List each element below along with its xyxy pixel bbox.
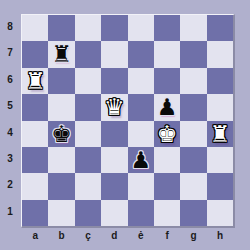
piece-black-pawn[interactable]: ♟: [154, 94, 180, 120]
square-a7[interactable]: [22, 41, 48, 67]
square-a6[interactable]: ♜: [22, 68, 48, 94]
rank-label-7: 7: [2, 40, 18, 66]
square-d2[interactable]: [101, 173, 127, 199]
square-g7[interactable]: [180, 41, 206, 67]
square-d7[interactable]: [101, 41, 127, 67]
square-a4[interactable]: [22, 121, 48, 147]
square-c8[interactable]: [75, 15, 101, 41]
square-a2[interactable]: [22, 173, 48, 199]
square-g5[interactable]: [180, 94, 206, 120]
square-e5[interactable]: [128, 94, 154, 120]
square-c5[interactable]: [75, 94, 101, 120]
square-f1[interactable]: [154, 200, 180, 226]
square-e8[interactable]: [128, 15, 154, 41]
piece-black-king[interactable]: ♚: [48, 121, 74, 147]
square-a1[interactable]: [22, 200, 48, 226]
file-label-a: a: [22, 229, 48, 243]
square-b1[interactable]: [48, 200, 74, 226]
square-c3[interactable]: [75, 147, 101, 173]
square-b6[interactable]: [48, 68, 74, 94]
square-b8[interactable]: [48, 15, 74, 41]
square-f7[interactable]: [154, 41, 180, 67]
square-d1[interactable]: [101, 200, 127, 226]
board: ♜♜♛♟♚♚♜♟: [21, 14, 235, 228]
square-b3[interactable]: [48, 147, 74, 173]
square-c2[interactable]: [75, 173, 101, 199]
square-f8[interactable]: [154, 15, 180, 41]
square-c6[interactable]: [75, 68, 101, 94]
rank-label-5: 5: [2, 93, 18, 119]
square-h3[interactable]: [207, 147, 233, 173]
square-g4[interactable]: [180, 121, 206, 147]
square-g6[interactable]: [180, 68, 206, 94]
rank-label-1: 1: [2, 199, 18, 225]
file-label-h: h: [207, 229, 233, 243]
square-h5[interactable]: [207, 94, 233, 120]
square-e6[interactable]: [128, 68, 154, 94]
square-e1[interactable]: [128, 200, 154, 226]
rank-label-2: 2: [2, 172, 18, 198]
square-b2[interactable]: [48, 173, 74, 199]
piece-white-rook[interactable]: ♜: [207, 121, 233, 147]
file-label-e: ė: [128, 229, 154, 243]
piece-white-king[interactable]: ♚: [154, 121, 180, 147]
square-c1[interactable]: [75, 200, 101, 226]
square-f5[interactable]: ♟: [154, 94, 180, 120]
rank-label-8: 8: [2, 14, 18, 40]
square-b5[interactable]: [48, 94, 74, 120]
chess-diagram: ♜♜♛♟♚♚♜♟ 87654321 abçdėfgh: [0, 0, 250, 250]
piece-black-pawn[interactable]: ♟: [128, 147, 154, 173]
square-d5[interactable]: ♛: [101, 94, 127, 120]
file-label-g: g: [180, 229, 206, 243]
square-g8[interactable]: [180, 15, 206, 41]
square-c4[interactable]: [75, 121, 101, 147]
rank-label-3: 3: [2, 146, 18, 172]
square-c7[interactable]: [75, 41, 101, 67]
square-g3[interactable]: [180, 147, 206, 173]
piece-white-rook[interactable]: ♜: [22, 68, 48, 94]
square-h6[interactable]: [207, 68, 233, 94]
square-e3[interactable]: ♟: [128, 147, 154, 173]
square-e7[interactable]: [128, 41, 154, 67]
square-f6[interactable]: [154, 68, 180, 94]
file-label-c: ç: [75, 229, 101, 243]
square-g2[interactable]: [180, 173, 206, 199]
square-f3[interactable]: [154, 147, 180, 173]
piece-black-rook[interactable]: ♜: [48, 41, 74, 67]
square-f2[interactable]: [154, 173, 180, 199]
square-b4[interactable]: ♚: [48, 121, 74, 147]
square-d6[interactable]: [101, 68, 127, 94]
square-d4[interactable]: [101, 121, 127, 147]
square-d3[interactable]: [101, 147, 127, 173]
square-e4[interactable]: [128, 121, 154, 147]
piece-white-queen[interactable]: ♛: [101, 94, 127, 120]
square-a5[interactable]: [22, 94, 48, 120]
square-d8[interactable]: [101, 15, 127, 41]
rank-label-4: 4: [2, 120, 18, 146]
square-g1[interactable]: [180, 200, 206, 226]
square-h8[interactable]: [207, 15, 233, 41]
square-h7[interactable]: [207, 41, 233, 67]
square-a8[interactable]: [22, 15, 48, 41]
square-f4[interactable]: ♚: [154, 121, 180, 147]
square-e2[interactable]: [128, 173, 154, 199]
square-b7[interactable]: ♜: [48, 41, 74, 67]
square-a3[interactable]: [22, 147, 48, 173]
file-label-b: b: [48, 229, 74, 243]
square-h2[interactable]: [207, 173, 233, 199]
file-label-d: d: [101, 229, 127, 243]
square-h1[interactable]: [207, 200, 233, 226]
square-h4[interactable]: ♜: [207, 121, 233, 147]
rank-label-6: 6: [2, 67, 18, 93]
file-label-f: f: [154, 229, 180, 243]
